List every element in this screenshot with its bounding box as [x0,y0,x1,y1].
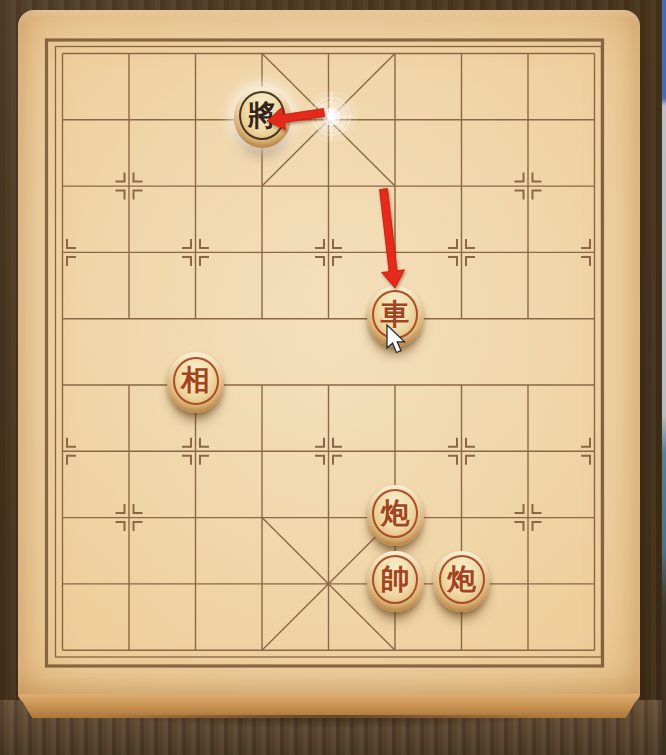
mouse-cursor [387,325,405,353]
annotation-overlay [0,0,666,755]
cursor-arrow-icon [387,325,405,353]
xiangqi-app-background: 將車相炮帥炮 [0,0,666,755]
chariot-move-arrow [380,189,405,288]
background-window-sliver [662,0,666,755]
